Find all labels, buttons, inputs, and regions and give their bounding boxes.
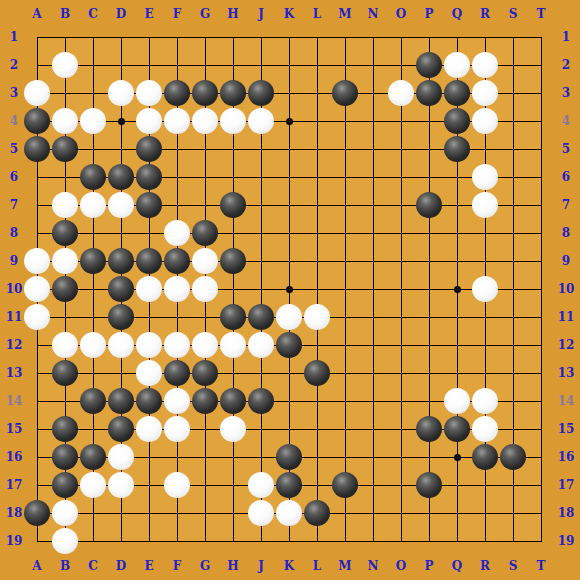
- intersection[interactable]: [135, 527, 163, 555]
- intersection[interactable]: [23, 359, 51, 387]
- intersection[interactable]: [23, 23, 51, 51]
- intersection[interactable]: [247, 527, 275, 555]
- intersection[interactable]: [107, 527, 135, 555]
- intersection[interactable]: [443, 79, 471, 107]
- intersection[interactable]: [275, 527, 303, 555]
- intersection[interactable]: [527, 443, 555, 471]
- intersection[interactable]: [135, 331, 163, 359]
- intersection[interactable]: [247, 163, 275, 191]
- intersection[interactable]: [471, 275, 499, 303]
- intersection[interactable]: [163, 191, 191, 219]
- intersection[interactable]: [247, 471, 275, 499]
- intersection[interactable]: [387, 79, 415, 107]
- intersection[interactable]: [499, 51, 527, 79]
- intersection[interactable]: [79, 107, 107, 135]
- intersection[interactable]: [471, 247, 499, 275]
- intersection[interactable]: [527, 247, 555, 275]
- intersection[interactable]: [415, 79, 443, 107]
- intersection[interactable]: [79, 443, 107, 471]
- intersection[interactable]: [79, 275, 107, 303]
- intersection[interactable]: [331, 499, 359, 527]
- intersection[interactable]: [23, 527, 51, 555]
- intersection[interactable]: [303, 387, 331, 415]
- intersection[interactable]: [191, 527, 219, 555]
- intersection[interactable]: [107, 23, 135, 51]
- intersection[interactable]: [499, 107, 527, 135]
- intersection[interactable]: [23, 51, 51, 79]
- intersection[interactable]: [135, 359, 163, 387]
- intersection[interactable]: [359, 387, 387, 415]
- intersection[interactable]: [23, 303, 51, 331]
- intersection[interactable]: [527, 23, 555, 51]
- intersection[interactable]: [107, 471, 135, 499]
- intersection[interactable]: [499, 527, 527, 555]
- intersection[interactable]: [331, 107, 359, 135]
- intersection[interactable]: [499, 163, 527, 191]
- intersection[interactable]: [303, 23, 331, 51]
- intersection[interactable]: [163, 135, 191, 163]
- intersection[interactable]: [527, 331, 555, 359]
- intersection[interactable]: [135, 79, 163, 107]
- intersection[interactable]: [415, 191, 443, 219]
- intersection[interactable]: [51, 191, 79, 219]
- intersection[interactable]: [51, 387, 79, 415]
- intersection[interactable]: [415, 387, 443, 415]
- intersection[interactable]: [303, 359, 331, 387]
- intersection[interactable]: [303, 415, 331, 443]
- intersection[interactable]: [247, 51, 275, 79]
- intersection[interactable]: [499, 331, 527, 359]
- intersection[interactable]: [163, 163, 191, 191]
- intersection[interactable]: [471, 499, 499, 527]
- intersection[interactable]: [359, 219, 387, 247]
- intersection[interactable]: [303, 275, 331, 303]
- intersection[interactable]: [471, 79, 499, 107]
- intersection[interactable]: [247, 107, 275, 135]
- intersection[interactable]: [471, 163, 499, 191]
- intersection[interactable]: [79, 303, 107, 331]
- intersection[interactable]: [275, 359, 303, 387]
- intersection[interactable]: [499, 303, 527, 331]
- intersection[interactable]: [163, 331, 191, 359]
- intersection[interactable]: [471, 471, 499, 499]
- intersection[interactable]: [499, 247, 527, 275]
- intersection[interactable]: [191, 443, 219, 471]
- intersection[interactable]: [247, 443, 275, 471]
- intersection[interactable]: [23, 135, 51, 163]
- intersection[interactable]: [191, 79, 219, 107]
- intersection[interactable]: [499, 499, 527, 527]
- intersection[interactable]: [443, 359, 471, 387]
- intersection[interactable]: [359, 527, 387, 555]
- intersection[interactable]: [107, 275, 135, 303]
- intersection[interactable]: [135, 219, 163, 247]
- intersection[interactable]: [499, 135, 527, 163]
- intersection[interactable]: [219, 499, 247, 527]
- intersection[interactable]: [527, 387, 555, 415]
- intersection[interactable]: [387, 275, 415, 303]
- intersection[interactable]: [387, 303, 415, 331]
- intersection[interactable]: [107, 79, 135, 107]
- intersection[interactable]: [107, 415, 135, 443]
- intersection[interactable]: [331, 331, 359, 359]
- intersection[interactable]: [303, 135, 331, 163]
- intersection[interactable]: [275, 51, 303, 79]
- intersection[interactable]: [443, 135, 471, 163]
- intersection[interactable]: [387, 219, 415, 247]
- intersection[interactable]: [247, 23, 275, 51]
- intersection[interactable]: [471, 303, 499, 331]
- intersection[interactable]: [359, 415, 387, 443]
- intersection[interactable]: [471, 387, 499, 415]
- intersection[interactable]: [107, 443, 135, 471]
- intersection[interactable]: [135, 247, 163, 275]
- intersection[interactable]: [331, 79, 359, 107]
- intersection[interactable]: [331, 387, 359, 415]
- intersection[interactable]: [219, 107, 247, 135]
- intersection[interactable]: [275, 471, 303, 499]
- intersection[interactable]: [23, 247, 51, 275]
- intersection[interactable]: [331, 51, 359, 79]
- intersection[interactable]: [219, 219, 247, 247]
- intersection[interactable]: [331, 415, 359, 443]
- intersection[interactable]: [415, 471, 443, 499]
- intersection[interactable]: [219, 415, 247, 443]
- intersection[interactable]: [51, 331, 79, 359]
- intersection[interactable]: [415, 23, 443, 51]
- intersection[interactable]: [331, 163, 359, 191]
- intersection[interactable]: [23, 219, 51, 247]
- intersection[interactable]: [415, 499, 443, 527]
- intersection[interactable]: [163, 359, 191, 387]
- intersection[interactable]: [331, 135, 359, 163]
- intersection[interactable]: [331, 443, 359, 471]
- intersection[interactable]: [79, 387, 107, 415]
- intersection[interactable]: [135, 499, 163, 527]
- intersection[interactable]: [415, 247, 443, 275]
- intersection[interactable]: [359, 107, 387, 135]
- intersection[interactable]: [387, 471, 415, 499]
- intersection[interactable]: [359, 331, 387, 359]
- intersection[interactable]: [275, 415, 303, 443]
- intersection[interactable]: [107, 107, 135, 135]
- intersection[interactable]: [191, 387, 219, 415]
- intersection[interactable]: [107, 387, 135, 415]
- intersection[interactable]: [219, 79, 247, 107]
- intersection[interactable]: [527, 191, 555, 219]
- intersection[interactable]: [275, 135, 303, 163]
- intersection[interactable]: [191, 107, 219, 135]
- intersection[interactable]: [107, 331, 135, 359]
- intersection[interactable]: [191, 275, 219, 303]
- intersection[interactable]: [443, 247, 471, 275]
- go-board[interactable]: [23, 23, 555, 555]
- intersection[interactable]: [303, 51, 331, 79]
- intersection[interactable]: [191, 499, 219, 527]
- intersection[interactable]: [303, 443, 331, 471]
- intersection[interactable]: [219, 331, 247, 359]
- intersection[interactable]: [359, 275, 387, 303]
- intersection[interactable]: [443, 443, 471, 471]
- intersection[interactable]: [387, 163, 415, 191]
- intersection[interactable]: [415, 331, 443, 359]
- intersection[interactable]: [191, 331, 219, 359]
- intersection[interactable]: [219, 359, 247, 387]
- intersection[interactable]: [247, 135, 275, 163]
- intersection[interactable]: [107, 51, 135, 79]
- intersection[interactable]: [247, 219, 275, 247]
- intersection[interactable]: [79, 247, 107, 275]
- intersection[interactable]: [499, 23, 527, 51]
- intersection[interactable]: [275, 499, 303, 527]
- intersection[interactable]: [163, 275, 191, 303]
- intersection[interactable]: [191, 303, 219, 331]
- intersection[interactable]: [23, 415, 51, 443]
- intersection[interactable]: [527, 415, 555, 443]
- intersection[interactable]: [51, 219, 79, 247]
- intersection[interactable]: [275, 303, 303, 331]
- intersection[interactable]: [359, 135, 387, 163]
- intersection[interactable]: [359, 247, 387, 275]
- intersection[interactable]: [51, 23, 79, 51]
- intersection[interactable]: [79, 163, 107, 191]
- intersection[interactable]: [387, 23, 415, 51]
- intersection[interactable]: [135, 135, 163, 163]
- intersection[interactable]: [331, 191, 359, 219]
- intersection[interactable]: [135, 191, 163, 219]
- intersection[interactable]: [163, 471, 191, 499]
- intersection[interactable]: [499, 219, 527, 247]
- intersection[interactable]: [163, 415, 191, 443]
- intersection[interactable]: [135, 303, 163, 331]
- intersection[interactable]: [191, 247, 219, 275]
- intersection[interactable]: [247, 79, 275, 107]
- intersection[interactable]: [163, 23, 191, 51]
- intersection[interactable]: [499, 359, 527, 387]
- intersection[interactable]: [527, 499, 555, 527]
- intersection[interactable]: [219, 247, 247, 275]
- intersection[interactable]: [275, 387, 303, 415]
- intersection[interactable]: [163, 247, 191, 275]
- intersection[interactable]: [443, 23, 471, 51]
- intersection[interactable]: [23, 275, 51, 303]
- intersection[interactable]: [499, 275, 527, 303]
- intersection[interactable]: [247, 415, 275, 443]
- intersection[interactable]: [415, 219, 443, 247]
- intersection[interactable]: [387, 527, 415, 555]
- intersection[interactable]: [331, 23, 359, 51]
- intersection[interactable]: [443, 387, 471, 415]
- intersection[interactable]: [135, 23, 163, 51]
- intersection[interactable]: [443, 107, 471, 135]
- intersection[interactable]: [415, 415, 443, 443]
- intersection[interactable]: [135, 443, 163, 471]
- intersection[interactable]: [415, 107, 443, 135]
- intersection[interactable]: [275, 163, 303, 191]
- intersection[interactable]: [443, 163, 471, 191]
- intersection[interactable]: [23, 107, 51, 135]
- intersection[interactable]: [191, 359, 219, 387]
- intersection[interactable]: [247, 191, 275, 219]
- intersection[interactable]: [303, 471, 331, 499]
- intersection[interactable]: [387, 51, 415, 79]
- intersection[interactable]: [359, 471, 387, 499]
- intersection[interactable]: [415, 275, 443, 303]
- intersection[interactable]: [415, 359, 443, 387]
- intersection[interactable]: [387, 191, 415, 219]
- intersection[interactable]: [219, 275, 247, 303]
- intersection[interactable]: [191, 219, 219, 247]
- intersection[interactable]: [163, 79, 191, 107]
- intersection[interactable]: [275, 107, 303, 135]
- intersection[interactable]: [387, 247, 415, 275]
- intersection[interactable]: [219, 387, 247, 415]
- intersection[interactable]: [331, 219, 359, 247]
- intersection[interactable]: [443, 191, 471, 219]
- intersection[interactable]: [275, 247, 303, 275]
- intersection[interactable]: [79, 135, 107, 163]
- intersection[interactable]: [303, 163, 331, 191]
- intersection[interactable]: [247, 247, 275, 275]
- intersection[interactable]: [23, 499, 51, 527]
- intersection[interactable]: [499, 191, 527, 219]
- intersection[interactable]: [247, 275, 275, 303]
- intersection[interactable]: [443, 527, 471, 555]
- intersection[interactable]: [275, 275, 303, 303]
- intersection[interactable]: [79, 191, 107, 219]
- intersection[interactable]: [107, 219, 135, 247]
- intersection[interactable]: [163, 443, 191, 471]
- intersection[interactable]: [219, 51, 247, 79]
- intersection[interactable]: [107, 247, 135, 275]
- intersection[interactable]: [387, 387, 415, 415]
- intersection[interactable]: [443, 415, 471, 443]
- intersection[interactable]: [303, 331, 331, 359]
- intersection[interactable]: [499, 79, 527, 107]
- intersection[interactable]: [163, 219, 191, 247]
- intersection[interactable]: [331, 359, 359, 387]
- intersection[interactable]: [135, 107, 163, 135]
- intersection[interactable]: [359, 23, 387, 51]
- intersection[interactable]: [191, 51, 219, 79]
- intersection[interactable]: [331, 247, 359, 275]
- intersection[interactable]: [415, 303, 443, 331]
- intersection[interactable]: [303, 79, 331, 107]
- intersection[interactable]: [23, 331, 51, 359]
- intersection[interactable]: [359, 51, 387, 79]
- intersection[interactable]: [23, 163, 51, 191]
- intersection[interactable]: [471, 331, 499, 359]
- intersection[interactable]: [163, 51, 191, 79]
- intersection[interactable]: [219, 303, 247, 331]
- intersection[interactable]: [275, 23, 303, 51]
- intersection[interactable]: [275, 191, 303, 219]
- intersection[interactable]: [163, 107, 191, 135]
- intersection[interactable]: [51, 163, 79, 191]
- intersection[interactable]: [471, 191, 499, 219]
- intersection[interactable]: [163, 303, 191, 331]
- intersection[interactable]: [443, 51, 471, 79]
- intersection[interactable]: [359, 303, 387, 331]
- intersection[interactable]: [23, 471, 51, 499]
- intersection[interactable]: [387, 443, 415, 471]
- intersection[interactable]: [303, 107, 331, 135]
- intersection[interactable]: [275, 331, 303, 359]
- intersection[interactable]: [79, 499, 107, 527]
- intersection[interactable]: [527, 79, 555, 107]
- intersection[interactable]: [527, 527, 555, 555]
- intersection[interactable]: [471, 443, 499, 471]
- intersection[interactable]: [275, 79, 303, 107]
- intersection[interactable]: [527, 303, 555, 331]
- intersection[interactable]: [303, 499, 331, 527]
- intersection[interactable]: [331, 303, 359, 331]
- intersection[interactable]: [275, 219, 303, 247]
- intersection[interactable]: [387, 499, 415, 527]
- intersection[interactable]: [219, 191, 247, 219]
- intersection[interactable]: [219, 527, 247, 555]
- intersection[interactable]: [331, 527, 359, 555]
- intersection[interactable]: [359, 163, 387, 191]
- intersection[interactable]: [359, 191, 387, 219]
- intersection[interactable]: [443, 303, 471, 331]
- intersection[interactable]: [443, 219, 471, 247]
- intersection[interactable]: [415, 51, 443, 79]
- intersection[interactable]: [527, 275, 555, 303]
- intersection[interactable]: [191, 471, 219, 499]
- intersection[interactable]: [51, 471, 79, 499]
- intersection[interactable]: [471, 51, 499, 79]
- intersection[interactable]: [499, 387, 527, 415]
- intersection[interactable]: [79, 527, 107, 555]
- intersection[interactable]: [79, 219, 107, 247]
- intersection[interactable]: [191, 415, 219, 443]
- intersection[interactable]: [79, 331, 107, 359]
- intersection[interactable]: [471, 219, 499, 247]
- intersection[interactable]: [527, 219, 555, 247]
- intersection[interactable]: [527, 471, 555, 499]
- intersection[interactable]: [51, 443, 79, 471]
- intersection[interactable]: [23, 79, 51, 107]
- intersection[interactable]: [303, 219, 331, 247]
- intersection[interactable]: [163, 387, 191, 415]
- intersection[interactable]: [51, 79, 79, 107]
- intersection[interactable]: [527, 359, 555, 387]
- intersection[interactable]: [107, 191, 135, 219]
- intersection[interactable]: [219, 443, 247, 471]
- intersection[interactable]: [135, 51, 163, 79]
- intersection[interactable]: [79, 359, 107, 387]
- intersection[interactable]: [443, 471, 471, 499]
- intersection[interactable]: [135, 415, 163, 443]
- intersection[interactable]: [135, 163, 163, 191]
- intersection[interactable]: [163, 499, 191, 527]
- intersection[interactable]: [359, 443, 387, 471]
- intersection[interactable]: [51, 527, 79, 555]
- intersection[interactable]: [359, 79, 387, 107]
- intersection[interactable]: [303, 303, 331, 331]
- intersection[interactable]: [79, 471, 107, 499]
- intersection[interactable]: [135, 471, 163, 499]
- intersection[interactable]: [107, 135, 135, 163]
- intersection[interactable]: [387, 415, 415, 443]
- intersection[interactable]: [51, 303, 79, 331]
- intersection[interactable]: [527, 163, 555, 191]
- intersection[interactable]: [191, 23, 219, 51]
- intersection[interactable]: [23, 191, 51, 219]
- intersection[interactable]: [471, 107, 499, 135]
- intersection[interactable]: [275, 443, 303, 471]
